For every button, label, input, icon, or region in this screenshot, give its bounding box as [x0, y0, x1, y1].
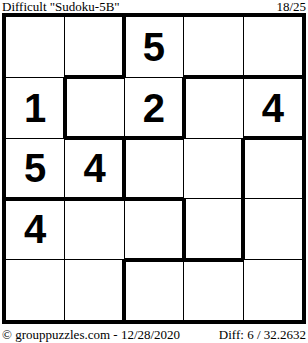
remaining-counter: 18/25	[276, 0, 306, 13]
cell-r2c1[interactable]: 1	[6, 78, 64, 138]
cell-r1c1[interactable]	[6, 17, 64, 77]
cell-r4c3[interactable]	[125, 199, 183, 259]
cell-r3c1[interactable]: 5	[6, 139, 64, 199]
cell-r1c4[interactable]	[184, 17, 242, 77]
cell-r4c5[interactable]	[244, 199, 302, 259]
cell-r4c4[interactable]	[184, 199, 242, 259]
cell-r1c5[interactable]	[244, 17, 302, 77]
cell-r5c5[interactable]	[244, 260, 302, 320]
footer: © grouppuzzles.com - 12/28/2020 Diff: 6 …	[0, 327, 308, 342]
cell-r2c5[interactable]: 4	[244, 78, 302, 138]
cell-r3c3[interactable]	[125, 139, 183, 199]
cell-r2c4[interactable]	[184, 78, 242, 138]
cell-r4c2[interactable]	[65, 199, 123, 259]
cell-r5c1[interactable]	[6, 260, 64, 320]
header: Difficult "Sudoku-5B" 18/25	[0, 0, 308, 13]
cell-r5c3[interactable]	[125, 260, 183, 320]
cell-r5c4[interactable]	[184, 260, 242, 320]
cell-r3c5[interactable]	[244, 139, 302, 199]
sudoku-board: 5 1 2 4 5 4 4	[2, 13, 306, 324]
cell-r3c4[interactable]	[184, 139, 242, 199]
difficulty-value: Diff: 6 / 32.2632	[219, 327, 306, 342]
cell-r4c1[interactable]: 4	[6, 199, 64, 259]
copyright-line: © grouppuzzles.com - 12/28/2020	[2, 327, 180, 342]
cell-r2c2[interactable]	[65, 78, 123, 138]
cell-r1c3[interactable]: 5	[125, 17, 183, 77]
cell-r3c2[interactable]: 4	[65, 139, 123, 199]
cell-r1c2[interactable]	[65, 17, 123, 77]
puzzle-title: Difficult "Sudoku-5B"	[2, 0, 120, 13]
cell-r2c3[interactable]: 2	[125, 78, 183, 138]
cell-r5c2[interactable]	[65, 260, 123, 320]
